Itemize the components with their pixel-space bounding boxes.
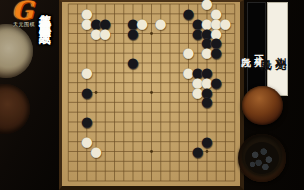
black-stone: ● — [128, 58, 137, 68]
event-title-banner: 第九届富士通杯三四名决定战 — [36, 4, 53, 190]
go-board: ●●●●●●●●●●●●●●●●●●●●●●●●●●●●●●●●●●●●●●●●… — [59, 0, 244, 190]
white-stone-bowl-icon — [0, 24, 33, 78]
black-player-rank: 九段 — [239, 49, 252, 51]
nameplate-white-player: 刘小光 九段 — [267, 2, 288, 96]
broadcast-frame: G 天元围棋 第九届富士通杯三四名决定战 ●●●●●●●●●●●●●●●●●●●… — [0, 0, 304, 190]
black-stone: ● — [211, 48, 220, 58]
white-stone: ● — [156, 19, 165, 29]
black-stone: ● — [128, 29, 137, 39]
white-stone: ● — [82, 68, 91, 78]
black-stone: ● — [202, 137, 211, 147]
white-stone: ● — [91, 147, 100, 157]
black-stone-bowl-icon — [238, 134, 286, 182]
white-player-name: 刘小光 — [272, 48, 287, 51]
white-player-rank: 九段 — [257, 49, 272, 51]
channel-name: 天元围棋 — [13, 21, 35, 27]
black-stone: ● — [193, 147, 202, 157]
black-stone: ● — [82, 88, 91, 98]
white-stone: ● — [101, 29, 110, 39]
bowl-lid-icon — [242, 86, 283, 125]
black-stone: ● — [82, 117, 91, 127]
bowl-lid-icon — [0, 84, 30, 134]
white-stone: ● — [184, 48, 193, 58]
go-board-grid: ●●●●●●●●●●●●●●●●●●●●●●●●●●●●●●●●●●●●●●●●… — [64, 0, 239, 186]
black-stone: ● — [202, 97, 211, 107]
white-stone: ● — [221, 19, 230, 29]
captured-black-stones — [245, 142, 279, 174]
